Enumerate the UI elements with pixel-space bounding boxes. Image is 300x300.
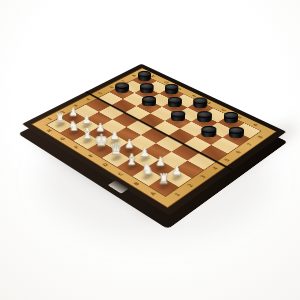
product-photo: HGFEDCBA HGFEDCBA 12345678 12345678 ♜♟♞♟… bbox=[0, 0, 300, 300]
black-checker[interactable] bbox=[115, 82, 129, 93]
checker-top bbox=[115, 82, 129, 88]
black-checker[interactable] bbox=[142, 96, 156, 107]
checker-top bbox=[229, 127, 244, 134]
black-checker[interactable] bbox=[168, 97, 182, 108]
checker-top bbox=[201, 126, 216, 133]
checker-top bbox=[171, 111, 186, 118]
checker-top bbox=[140, 83, 154, 89]
checker-top bbox=[168, 97, 182, 104]
checker-top bbox=[165, 84, 179, 90]
black-checker[interactable] bbox=[229, 127, 244, 139]
black-checker[interactable] bbox=[193, 97, 207, 108]
black-checker[interactable] bbox=[138, 71, 152, 82]
black-checker[interactable] bbox=[224, 112, 239, 124]
checker-top bbox=[224, 112, 239, 119]
white-rook[interactable]: ♜ bbox=[148, 171, 180, 186]
black-checker[interactable] bbox=[165, 84, 179, 95]
black-checker[interactable] bbox=[171, 111, 186, 123]
checker-top bbox=[197, 111, 212, 118]
checker-top bbox=[193, 97, 207, 104]
black-checker[interactable] bbox=[201, 126, 216, 138]
checker-top bbox=[138, 71, 152, 77]
black-checker[interactable] bbox=[197, 111, 212, 123]
black-checker[interactable] bbox=[140, 83, 154, 94]
checker-top bbox=[142, 96, 156, 103]
